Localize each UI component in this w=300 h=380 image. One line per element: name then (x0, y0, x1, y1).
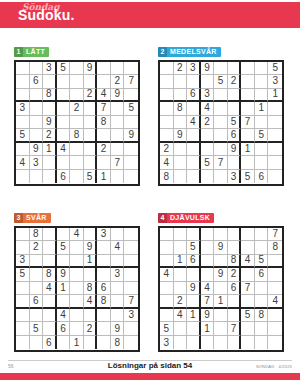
sudoku-cell (187, 268, 201, 282)
sudoku-cell (43, 170, 57, 184)
sudoku-cell: 7 (268, 228, 282, 242)
sudoku-cell (160, 129, 174, 143)
sudoku-cell (160, 89, 174, 103)
sudoku-cell: 7 (201, 295, 215, 309)
sudoku-board-easy: 359627824932759852899142437651 (14, 60, 140, 186)
sudoku-cell: 5 (30, 322, 44, 336)
sudoku-cell (214, 102, 228, 116)
sudoku-cell: 2 (201, 116, 215, 130)
difficulty-label: DJÄVULSK (170, 214, 210, 221)
sudoku-cell (214, 116, 228, 130)
sudoku-cell: 5 (124, 102, 138, 116)
sudoku-cell (187, 102, 201, 116)
sudoku-cell (111, 282, 125, 296)
sudoku-cell: 1 (268, 89, 282, 103)
sudoku-cell (43, 102, 57, 116)
difficulty-badge-devilish: 4DJÄVULSK (158, 213, 214, 223)
sudoku-cell (124, 228, 138, 242)
puzzle-block-4: 4DJÄVULSK 759816845492694672714419585173 (158, 206, 286, 352)
puzzle-number: 3 (14, 213, 23, 223)
sudoku-cell (255, 228, 269, 242)
sudoku-cell: 2 (43, 129, 57, 143)
sudoku-cell: 7 (111, 156, 125, 170)
sudoku-cell (255, 295, 269, 309)
sudoku-cell (160, 309, 174, 323)
sudoku-cell (70, 322, 84, 336)
sudoku-cell (160, 295, 174, 309)
sudoku-cell: 9 (111, 322, 125, 336)
sudoku-cell (30, 336, 44, 350)
sudoku-cell (255, 89, 269, 103)
sudoku-cell (124, 143, 138, 157)
sudoku-cell (70, 170, 84, 184)
sudoku-cell (187, 322, 201, 336)
sudoku-cell (241, 102, 255, 116)
sudoku-cell (174, 116, 188, 130)
sudoku-cell (187, 170, 201, 184)
sudoku-cell (214, 282, 228, 296)
sudoku-cell (268, 268, 282, 282)
sudoku-cell: 8 (160, 170, 174, 184)
sudoku-cell (57, 89, 71, 103)
puzzle-number: 1 (14, 47, 23, 57)
sudoku-cell: 2 (84, 89, 98, 103)
sudoku-cell (84, 116, 98, 130)
sudoku-cell: 2 (174, 62, 188, 76)
sudoku-cell (70, 295, 84, 309)
sudoku-cell: 8 (70, 129, 84, 143)
sudoku-cell (124, 156, 138, 170)
sudoku-cell (241, 336, 255, 350)
sudoku-cell (30, 268, 44, 282)
sudoku-cell (214, 89, 228, 103)
logo-brand-word: Sudoku. (18, 8, 75, 22)
sudoku-cell: 4 (70, 228, 84, 242)
sudoku-cell (70, 62, 84, 76)
sudoku-cell: 7 (214, 156, 228, 170)
sudoku-cell (111, 129, 125, 143)
sudoku-cell (43, 322, 57, 336)
sudoku-cell (16, 322, 30, 336)
sudoku-cell (187, 75, 201, 89)
sudoku-cell (228, 295, 242, 309)
sudoku-cell (228, 336, 242, 350)
sudoku-cell: 7 (124, 75, 138, 89)
difficulty-label: MEDELSVÅR (170, 48, 217, 55)
sudoku-cell: 5 (57, 241, 71, 255)
sudoku-cell (124, 170, 138, 184)
newspaper-sudoku-page: Söndag Sudoku. 1LÄTT 3596278249327598528… (0, 0, 300, 380)
sudoku-cell: 4 (84, 295, 98, 309)
sudoku-cell (97, 241, 111, 255)
sudoku-cell (30, 102, 44, 116)
sudoku-cell: 8 (111, 336, 125, 350)
sudoku-cell (111, 143, 125, 157)
sudoku-cell (214, 129, 228, 143)
sudoku-cell (160, 228, 174, 242)
sudoku-cell (84, 143, 98, 157)
sudoku-cell: 6 (43, 336, 57, 350)
sudoku-cell (201, 228, 215, 242)
sudoku-cell (255, 143, 269, 157)
sudoku-cell (160, 102, 174, 116)
sudoku-cell: 5 (187, 241, 201, 255)
sudoku-cell: 3 (43, 62, 57, 76)
sudoku-cell (124, 336, 138, 350)
sudoku-cell (268, 170, 282, 184)
sudoku-cell: 2 (174, 295, 188, 309)
sudoku-cell: 5 (16, 129, 30, 143)
sudoku-cell (70, 143, 84, 157)
sudoku-cell: 6 (57, 322, 71, 336)
sudoku-cell (187, 143, 201, 157)
sudoku-cell (174, 228, 188, 242)
sudoku-cell: 9 (124, 129, 138, 143)
page-number: 56 (8, 363, 14, 369)
sudoku-cell (255, 282, 269, 296)
sudoku-cell: 7 (97, 102, 111, 116)
sudoku-cell (97, 268, 111, 282)
sudoku-cell (84, 156, 98, 170)
sudoku-cell (241, 241, 255, 255)
sudoku-cell: 4 (97, 89, 111, 103)
sudoku-cell: 2 (30, 241, 44, 255)
sudoku-cell: 9 (174, 129, 188, 143)
sudoku-cell: 2 (160, 143, 174, 157)
sudoku-cell (228, 241, 242, 255)
sudoku-cell: 1 (97, 170, 111, 184)
sudoku-cell: 1 (255, 102, 269, 116)
sudoku-cell (124, 255, 138, 269)
sudoku-cell (124, 62, 138, 76)
sudoku-cell (160, 282, 174, 296)
sudoku-cell (30, 116, 44, 130)
sudoku-cell (174, 170, 188, 184)
sudoku-cell (255, 336, 269, 350)
sudoku-cell: 1 (174, 255, 188, 269)
sudoku-cell (187, 295, 201, 309)
sudoku-logo: Söndag Sudoku. (18, 3, 75, 22)
sudoku-cell (84, 336, 98, 350)
sudoku-cell: 9 (214, 241, 228, 255)
sudoku-cell (84, 309, 98, 323)
sudoku-cell (201, 255, 215, 269)
sudoku-cell (201, 241, 215, 255)
sudoku-cell: 4 (16, 156, 30, 170)
sudoku-cell (174, 241, 188, 255)
sudoku-cell (84, 228, 98, 242)
sudoku-cell (111, 102, 125, 116)
sudoku-cell (57, 228, 71, 242)
sudoku-cell: 5 (160, 322, 174, 336)
sudoku-board-medium: 239552363184142579652914578356 (158, 60, 284, 186)
sudoku-cell (57, 336, 71, 350)
sudoku-cell (268, 129, 282, 143)
sudoku-cell: 9 (214, 268, 228, 282)
sudoku-cell (111, 295, 125, 309)
sudoku-cell: 3 (111, 268, 125, 282)
sudoku-cell (174, 322, 188, 336)
sudoku-cell (97, 156, 111, 170)
puzzle-block-2: 2MEDELSVÅR 23955236318414257965291457835… (158, 40, 286, 186)
sudoku-cell: 5 (214, 75, 228, 89)
sudoku-cell (16, 62, 30, 76)
sudoku-cell: 8 (228, 255, 242, 269)
sudoku-cell: 6 (255, 170, 269, 184)
issue-info: SÖNDAG · 4/2023 (256, 364, 292, 369)
sudoku-cell (241, 129, 255, 143)
sudoku-cell: 9 (57, 268, 71, 282)
sudoku-cell: 7 (241, 282, 255, 296)
sudoku-cell: 2 (70, 102, 84, 116)
sudoku-cell (30, 309, 44, 323)
sudoku-cell (187, 336, 201, 350)
sudoku-cell: 7 (124, 295, 138, 309)
sudoku-cell: 8 (268, 241, 282, 255)
puzzle-number: 4 (158, 213, 167, 223)
sudoku-cell (84, 268, 98, 282)
sudoku-cell (84, 102, 98, 116)
sudoku-board-hard: 843259431589341866487435629618 (14, 226, 140, 352)
sudoku-cell: 4 (111, 241, 125, 255)
sudoku-cell (268, 156, 282, 170)
sudoku-cell (16, 282, 30, 296)
puzzle-number: 2 (158, 47, 167, 57)
sudoku-cell (255, 241, 269, 255)
sudoku-cell (70, 268, 84, 282)
sudoku-cell (160, 62, 174, 76)
sudoku-cell (84, 129, 98, 143)
sudoku-cell (214, 322, 228, 336)
sudoku-cell (241, 62, 255, 76)
sudoku-cell: 6 (30, 75, 44, 89)
sudoku-cell (268, 255, 282, 269)
sudoku-cell (57, 75, 71, 89)
sudoku-cell (228, 89, 242, 103)
sudoku-cell (228, 62, 242, 76)
sudoku-cell (255, 62, 269, 76)
sudoku-cell (30, 255, 44, 269)
sudoku-cell (241, 228, 255, 242)
sudoku-cell: 4 (201, 282, 215, 296)
sudoku-cell: 5 (228, 116, 242, 130)
sudoku-cell (30, 282, 44, 296)
sudoku-cell (124, 116, 138, 130)
sudoku-cell: 1 (43, 143, 57, 157)
sudoku-cell (70, 255, 84, 269)
sudoku-cell (43, 156, 57, 170)
difficulty-label: SVÅR (26, 214, 47, 221)
sudoku-cell: 4 (201, 102, 215, 116)
sudoku-cell (43, 241, 57, 255)
sudoku-cell (30, 62, 44, 76)
sudoku-cell (16, 89, 30, 103)
sudoku-cell: 9 (30, 143, 44, 157)
sudoku-cell: 4 (57, 309, 71, 323)
sudoku-cell: 5 (16, 268, 30, 282)
sudoku-cell: 3 (187, 62, 201, 76)
sudoku-cell (70, 282, 84, 296)
sudoku-cell: 6 (255, 268, 269, 282)
sudoku-cell (201, 75, 215, 89)
sudoku-cell (255, 75, 269, 89)
sudoku-cell (97, 336, 111, 350)
sudoku-cell: 8 (97, 295, 111, 309)
sudoku-board-devilish: 759816845492694672714419585173 (158, 226, 284, 352)
sudoku-cell (241, 89, 255, 103)
sudoku-cell (228, 228, 242, 242)
sudoku-cell (111, 228, 125, 242)
sudoku-cell: 5 (255, 255, 269, 269)
sudoku-cell: 3 (228, 170, 242, 184)
sudoku-cell (268, 143, 282, 157)
sudoku-cell (111, 170, 125, 184)
sudoku-cell: 6 (228, 129, 242, 143)
sudoku-cell (16, 309, 30, 323)
sudoku-cell (268, 309, 282, 323)
sudoku-cell: 6 (30, 295, 44, 309)
sudoku-cell: 3 (97, 228, 111, 242)
sudoku-cell (187, 228, 201, 242)
sudoku-cell (16, 295, 30, 309)
sudoku-cell (241, 322, 255, 336)
sudoku-cell (201, 268, 215, 282)
sudoku-cell (30, 89, 44, 103)
sudoku-cell: 4 (57, 143, 71, 157)
sudoku-cell: 9 (201, 309, 215, 323)
sudoku-cell (124, 322, 138, 336)
sudoku-cell: 1 (57, 282, 71, 296)
sudoku-cell: 4 (187, 116, 201, 130)
sudoku-cell: 5 (84, 170, 98, 184)
sudoku-cell (57, 255, 71, 269)
sudoku-cell (241, 295, 255, 309)
sudoku-cell (241, 268, 255, 282)
sudoku-cell (97, 75, 111, 89)
sudoku-cell: 4 (174, 309, 188, 323)
sudoku-cell (214, 309, 228, 323)
sudoku-cell: 2 (84, 322, 98, 336)
sudoku-cell (228, 102, 242, 116)
sudoku-cell (57, 295, 71, 309)
sudoku-cell (70, 89, 84, 103)
difficulty-badge-medium: 2MEDELSVÅR (158, 47, 221, 57)
sudoku-cell (30, 170, 44, 184)
sudoku-cell (160, 255, 174, 269)
sudoku-cell: 5 (241, 309, 255, 323)
sudoku-cell (214, 228, 228, 242)
sudoku-cell: 8 (97, 116, 111, 130)
sudoku-cell: 5 (255, 129, 269, 143)
bottom-red-bar (0, 373, 300, 380)
sudoku-cell: 5 (57, 62, 71, 76)
difficulty-badge-easy: 1LÄTT (14, 47, 49, 57)
sudoku-cell (228, 309, 242, 323)
sudoku-cell: 6 (187, 89, 201, 103)
sudoku-cell (97, 62, 111, 76)
sudoku-cell: 4 (241, 255, 255, 269)
sudoku-cell: 5 (241, 170, 255, 184)
sudoku-cell (228, 156, 242, 170)
sudoku-cell (16, 336, 30, 350)
sudoku-cell: 6 (187, 255, 201, 269)
sudoku-cell (97, 255, 111, 269)
sudoku-cell: 1 (70, 336, 84, 350)
sudoku-cell (268, 322, 282, 336)
sudoku-cell (268, 102, 282, 116)
sudoku-cell (174, 268, 188, 282)
sudoku-cell (57, 156, 71, 170)
sudoku-cell (241, 75, 255, 89)
sudoku-cell (111, 62, 125, 76)
sudoku-cell (214, 255, 228, 269)
sudoku-cell (43, 309, 57, 323)
sudoku-cell: 1 (187, 309, 201, 323)
sudoku-cell: 2 (228, 75, 242, 89)
sudoku-cell: 3 (268, 75, 282, 89)
sudoku-cell (174, 336, 188, 350)
sudoku-cell: 9 (111, 89, 125, 103)
sudoku-cell (70, 309, 84, 323)
sudoku-cell: 6 (57, 170, 71, 184)
difficulty-label: LÄTT (26, 48, 45, 55)
sudoku-cell (70, 116, 84, 130)
sudoku-cell: 3 (124, 309, 138, 323)
sudoku-cell (268, 336, 282, 350)
sudoku-cell (111, 255, 125, 269)
sudoku-cell: 7 (241, 116, 255, 130)
sudoku-cell: 6 (97, 282, 111, 296)
sudoku-cell: 9 (84, 241, 98, 255)
sudoku-cell: 1 (214, 295, 228, 309)
sudoku-cell: 4 (160, 268, 174, 282)
sudoku-cell: 8 (84, 282, 98, 296)
sudoku-cell: 9 (43, 116, 57, 130)
sudoku-cell (124, 282, 138, 296)
sudoku-cell (174, 75, 188, 89)
sudoku-cell: 9 (187, 282, 201, 296)
sudoku-cell: 3 (16, 255, 30, 269)
sudoku-cell (70, 75, 84, 89)
sudoku-cell: 3 (30, 156, 44, 170)
sudoku-cell (84, 75, 98, 89)
sudoku-cell (124, 89, 138, 103)
sudoku-cell: 3 (201, 89, 215, 103)
sudoku-cell (16, 228, 30, 242)
sudoku-cell (57, 129, 71, 143)
sudoku-cell (97, 129, 111, 143)
sudoku-cell: 9 (201, 62, 215, 76)
sudoku-cell: 8 (30, 228, 44, 242)
sudoku-cell: 1 (201, 322, 215, 336)
sudoku-cell (174, 89, 188, 103)
sudoku-cell: 8 (43, 89, 57, 103)
sudoku-cell (16, 116, 30, 130)
sudoku-cell (97, 309, 111, 323)
sudoku-cell (43, 228, 57, 242)
sudoku-cell (70, 241, 84, 255)
sudoku-cell: 8 (174, 102, 188, 116)
sudoku-cell (160, 75, 174, 89)
sudoku-cell: 6 (228, 282, 242, 296)
sudoku-cell (174, 282, 188, 296)
sudoku-cell (255, 116, 269, 130)
sudoku-cell (214, 336, 228, 350)
sudoku-cell (111, 116, 125, 130)
sudoku-cell: 5 (268, 62, 282, 76)
sudoku-cell (16, 143, 30, 157)
sudoku-cell (16, 170, 30, 184)
